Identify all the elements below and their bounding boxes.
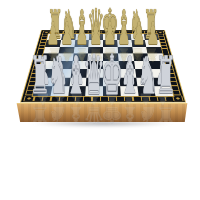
- chess-set-photo: ♜♞♝♛♚♝♞♜♟♟♟♟♟♟♟♟♟♟♟♟♟♟♟♟♜♞♝♛♚♝♞♜: [0, 0, 200, 200]
- piece-silver-rook-h1[interactable]: ♜: [155, 50, 176, 102]
